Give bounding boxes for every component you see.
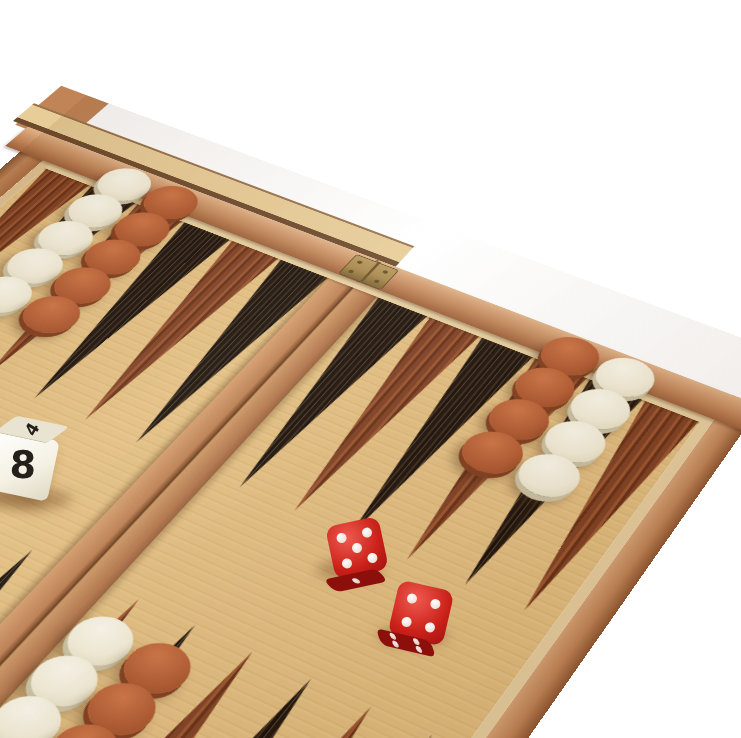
cube-front-label: 8 [0,433,55,497]
die-pip [350,577,361,583]
die-pip [366,552,378,564]
die-pip [415,645,423,653]
die-pip [400,616,412,628]
die-pip [336,532,348,544]
die-pip [406,592,418,604]
die-pip [341,557,353,569]
die-pip [430,598,442,610]
photo-stage: 4 8 [0,0,741,738]
backgammon-board [0,132,741,738]
die-pip [361,527,373,539]
doubling-cube: 4 8 [0,428,60,502]
die-1 [325,516,389,580]
die-pip [351,542,363,554]
die-pip [424,622,436,634]
die-pip [391,640,399,648]
